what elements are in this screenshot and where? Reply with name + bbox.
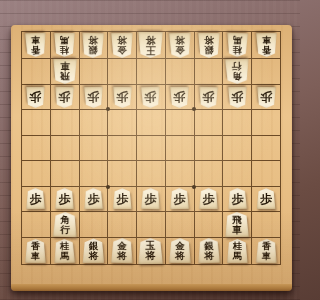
shogi-piece-gote-p[interactable]: 歩 bbox=[170, 87, 189, 108]
square-7-9[interactable]: 銀将 bbox=[79, 237, 108, 264]
square-4-3[interactable]: 歩 bbox=[165, 84, 194, 109]
shogi-piece-gote-n[interactable]: 桂馬 bbox=[227, 33, 249, 58]
square-8-1[interactable]: 桂馬 bbox=[50, 31, 79, 58]
square-9-1[interactable]: 香車 bbox=[21, 31, 50, 58]
square-4-7[interactable]: 歩 bbox=[165, 186, 194, 211]
square-2-2[interactable]: 角行 bbox=[222, 58, 251, 84]
square-3-7[interactable]: 歩 bbox=[194, 186, 223, 211]
square-4-5[interactable] bbox=[165, 135, 194, 160]
square-6-8[interactable] bbox=[107, 211, 136, 237]
shogi-piece-sente-s[interactable]: 銀将 bbox=[82, 238, 104, 263]
square-6-4[interactable] bbox=[107, 109, 136, 134]
shogi-piece-sente-p[interactable]: 歩 bbox=[141, 188, 161, 209]
square-7-4[interactable] bbox=[79, 109, 108, 134]
shogi-piece-sente-b[interactable]: 角行 bbox=[52, 212, 77, 238]
shogi-piece-gote-k[interactable]: 王将 bbox=[138, 32, 163, 58]
square-9-5[interactable] bbox=[21, 135, 50, 160]
square-2-9[interactable]: 桂馬 bbox=[222, 237, 251, 264]
square-7-3[interactable]: 歩 bbox=[79, 84, 108, 109]
shogi-piece-sente-g[interactable]: 金将 bbox=[111, 238, 134, 264]
square-1-2[interactable] bbox=[251, 58, 280, 84]
square-4-1[interactable]: 金将 bbox=[165, 31, 194, 58]
square-9-4[interactable] bbox=[21, 109, 50, 134]
shogi-piece-gote-p[interactable]: 歩 bbox=[228, 87, 247, 108]
square-6-7[interactable]: 歩 bbox=[107, 186, 136, 211]
square-8-4[interactable] bbox=[50, 109, 79, 134]
square-7-1[interactable]: 銀将 bbox=[79, 31, 108, 58]
square-2-4[interactable] bbox=[222, 109, 251, 134]
square-3-1[interactable]: 銀将 bbox=[194, 31, 223, 58]
square-6-5[interactable] bbox=[107, 135, 136, 160]
square-1-4[interactable] bbox=[251, 109, 280, 134]
shogi-piece-sente-p[interactable]: 歩 bbox=[113, 188, 132, 209]
square-6-2[interactable] bbox=[107, 58, 136, 84]
square-6-6[interactable] bbox=[107, 160, 136, 185]
square-6-1[interactable]: 金将 bbox=[107, 31, 136, 58]
square-7-6[interactable] bbox=[79, 160, 108, 185]
shogi-piece-gote-r[interactable]: 飛車 bbox=[53, 59, 77, 84]
shogi-piece-sente-l[interactable]: 香車 bbox=[255, 239, 277, 264]
board-grid: 香車桂馬銀将金将王将金将銀将桂馬香車飛車角行歩歩歩歩歩歩歩歩歩歩歩歩歩歩歩歩歩歩… bbox=[21, 31, 281, 265]
shogi-piece-gote-l[interactable]: 香車 bbox=[255, 33, 276, 57]
shogi-piece-sente-p[interactable]: 歩 bbox=[228, 188, 248, 209]
square-7-7[interactable]: 歩 bbox=[79, 186, 108, 211]
shogi-piece-gote-n[interactable]: 桂馬 bbox=[54, 33, 75, 57]
square-3-8[interactable] bbox=[194, 211, 223, 237]
square-2-1[interactable]: 桂馬 bbox=[222, 31, 251, 58]
shogi-piece-gote-s[interactable]: 銀将 bbox=[198, 33, 220, 58]
square-1-9[interactable]: 香車 bbox=[251, 237, 280, 264]
square-5-2[interactable] bbox=[136, 58, 165, 84]
shogi-piece-gote-b[interactable]: 角行 bbox=[225, 59, 250, 85]
shogi-piece-sente-l[interactable]: 香車 bbox=[25, 239, 46, 263]
square-8-9[interactable]: 桂馬 bbox=[50, 237, 79, 264]
square-2-5[interactable] bbox=[222, 135, 251, 160]
square-4-8[interactable] bbox=[165, 211, 194, 237]
board-face: 香車桂馬銀将金将王将金将銀将桂馬香車飛車角行歩歩歩歩歩歩歩歩歩歩歩歩歩歩歩歩歩歩… bbox=[11, 25, 292, 285]
square-9-6[interactable] bbox=[21, 160, 50, 185]
square-4-9[interactable]: 金将 bbox=[165, 237, 194, 264]
square-1-8[interactable] bbox=[251, 211, 280, 237]
square-8-2[interactable]: 飛車 bbox=[50, 58, 79, 84]
square-5-1[interactable]: 王将 bbox=[136, 31, 165, 58]
shogi-piece-sente-p[interactable]: 歩 bbox=[26, 188, 45, 209]
square-9-8[interactable] bbox=[21, 211, 50, 237]
square-8-3[interactable]: 歩 bbox=[50, 84, 79, 109]
shogi-piece-gote-p[interactable]: 歩 bbox=[141, 86, 161, 107]
square-7-8[interactable] bbox=[79, 211, 108, 237]
square-9-9[interactable]: 香車 bbox=[21, 237, 50, 264]
shogi-piece-sente-k[interactable]: 玉将 bbox=[138, 238, 163, 264]
square-5-8[interactable] bbox=[136, 211, 165, 237]
square-4-6[interactable] bbox=[165, 160, 194, 185]
shogi-piece-sente-n[interactable]: 桂馬 bbox=[54, 239, 76, 264]
shogi-piece-gote-p[interactable]: 歩 bbox=[199, 86, 219, 107]
square-1-7[interactable]: 歩 bbox=[251, 186, 280, 211]
square-5-3[interactable]: 歩 bbox=[136, 84, 165, 109]
square-1-1[interactable]: 香車 bbox=[251, 31, 280, 58]
square-3-9[interactable]: 銀将 bbox=[194, 237, 223, 264]
square-5-7[interactable]: 歩 bbox=[136, 186, 165, 211]
board-front-edge bbox=[11, 284, 292, 291]
square-6-9[interactable]: 金将 bbox=[107, 237, 136, 264]
square-3-5[interactable] bbox=[194, 135, 223, 160]
shogi-piece-gote-p[interactable]: 歩 bbox=[84, 87, 103, 108]
shogi-piece-sente-p[interactable]: 歩 bbox=[170, 188, 189, 209]
shogi-piece-gote-p[interactable]: 歩 bbox=[113, 87, 132, 108]
shogi-piece-gote-s[interactable]: 銀将 bbox=[82, 32, 105, 58]
shogi-piece-gote-g[interactable]: 金将 bbox=[168, 32, 191, 58]
shogi-piece-gote-l[interactable]: 香車 bbox=[25, 33, 47, 58]
shogi-board: 香車桂馬銀将金将王将金将銀将桂馬香車飛車角行歩歩歩歩歩歩歩歩歩歩歩歩歩歩歩歩歩歩… bbox=[11, 25, 292, 291]
shogi-piece-sente-g[interactable]: 金将 bbox=[169, 238, 191, 263]
square-3-3[interactable]: 歩 bbox=[194, 84, 223, 109]
square-8-8[interactable]: 角行 bbox=[50, 211, 79, 237]
square-2-8[interactable]: 飛車 bbox=[222, 211, 251, 237]
square-1-3[interactable]: 歩 bbox=[251, 84, 280, 109]
square-4-4[interactable] bbox=[165, 109, 194, 134]
square-6-3[interactable]: 歩 bbox=[107, 84, 136, 109]
square-8-6[interactable] bbox=[50, 160, 79, 185]
square-5-6[interactable] bbox=[136, 160, 165, 185]
square-4-2[interactable] bbox=[165, 58, 194, 84]
shogi-piece-gote-p[interactable]: 歩 bbox=[55, 86, 75, 107]
square-1-6[interactable] bbox=[251, 160, 280, 185]
shogi-piece-gote-g[interactable]: 金将 bbox=[111, 32, 133, 57]
square-2-3[interactable]: 歩 bbox=[222, 84, 251, 109]
square-5-9[interactable]: 玉将 bbox=[136, 237, 165, 264]
shogi-piece-sente-p[interactable]: 歩 bbox=[199, 188, 218, 209]
shogi-piece-gote-p[interactable]: 歩 bbox=[26, 87, 45, 108]
square-7-5[interactable] bbox=[79, 135, 108, 160]
square-2-6[interactable] bbox=[222, 160, 251, 185]
shogi-piece-sente-p[interactable]: 歩 bbox=[55, 188, 74, 209]
shogi-piece-sente-p[interactable]: 歩 bbox=[84, 188, 104, 209]
shogi-piece-sente-r[interactable]: 飛車 bbox=[225, 212, 249, 237]
square-8-7[interactable]: 歩 bbox=[50, 186, 79, 211]
square-7-2[interactable] bbox=[79, 58, 108, 84]
square-5-4[interactable] bbox=[136, 109, 165, 134]
shogi-piece-sente-n[interactable]: 桂馬 bbox=[227, 239, 248, 263]
square-9-7[interactable]: 歩 bbox=[21, 186, 50, 211]
square-8-5[interactable] bbox=[50, 135, 79, 160]
square-9-3[interactable]: 歩 bbox=[21, 84, 50, 109]
square-5-5[interactable] bbox=[136, 135, 165, 160]
square-3-2[interactable] bbox=[194, 58, 223, 84]
square-9-2[interactable] bbox=[21, 58, 50, 84]
shogi-piece-sente-p[interactable]: 歩 bbox=[257, 188, 276, 209]
square-1-5[interactable] bbox=[251, 135, 280, 160]
shogi-piece-sente-s[interactable]: 銀将 bbox=[197, 238, 220, 264]
square-3-6[interactable] bbox=[194, 160, 223, 185]
square-2-7[interactable]: 歩 bbox=[222, 186, 251, 211]
square-3-4[interactable] bbox=[194, 109, 223, 134]
shogi-piece-gote-p[interactable]: 歩 bbox=[256, 87, 275, 108]
